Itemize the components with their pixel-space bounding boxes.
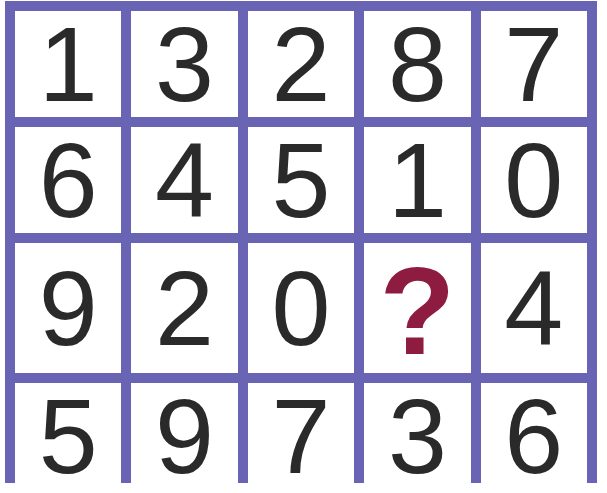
grid-cell-r4c4: 3: [364, 383, 470, 489]
grid-cell-r4c1: 5: [15, 383, 121, 489]
grid-cell-r3c5: 4: [481, 243, 587, 373]
grid-cell-r4c3: 7: [248, 383, 354, 489]
grid-cell-r3c4: ?: [364, 243, 470, 373]
grid-cell-r2c4: 1: [364, 127, 470, 233]
grid-cell-r1c4: 8: [364, 11, 470, 117]
grid-cell-r1c1: 1: [15, 11, 121, 117]
grid-cell-r2c3: 5: [248, 127, 354, 233]
grid-cell-r2c2: 4: [131, 127, 237, 233]
grid-cell-r2c1: 6: [15, 127, 121, 233]
grid-cell-r1c3: 2: [248, 11, 354, 117]
grid-cell-r4c5: 6: [481, 383, 587, 489]
grid-cell-r1c2: 3: [131, 11, 237, 117]
grid-cell-r3c1: 9: [15, 243, 121, 373]
grid-cell-r3c3: 0: [248, 243, 354, 373]
grid-cell-r2c5: 0: [481, 127, 587, 233]
grid-cell-r4c2: 9: [131, 383, 237, 489]
grid-cell-r3c2: 2: [131, 243, 237, 373]
grid-cell-r1c5: 7: [481, 11, 587, 117]
puzzle-grid: 1328764510920?459736: [5, 1, 597, 483]
